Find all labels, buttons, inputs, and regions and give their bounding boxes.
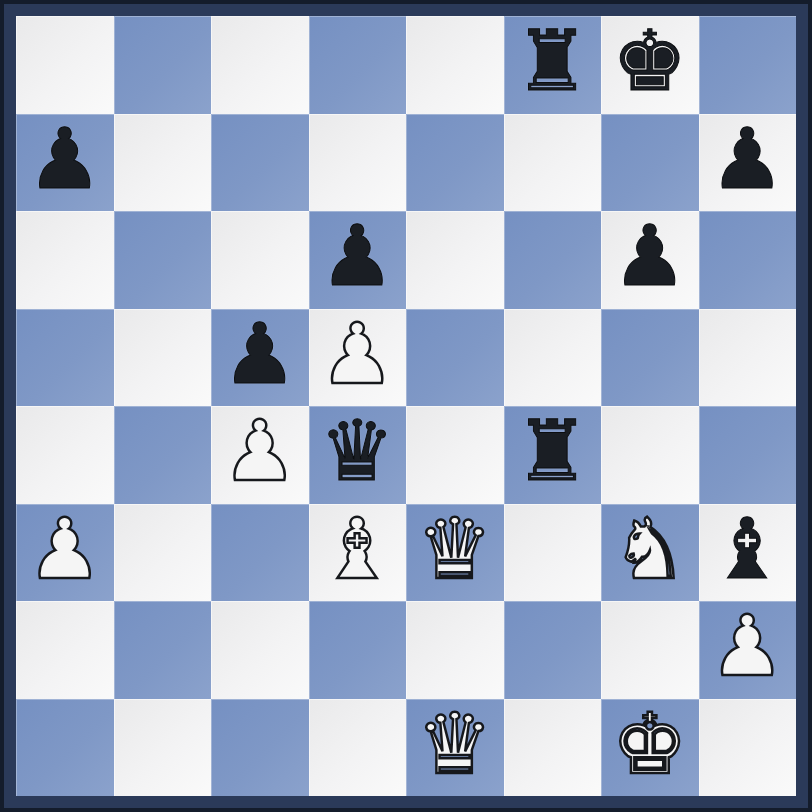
- piece-black-queen: ♛: [320, 406, 395, 501]
- square-b6[interactable]: [114, 211, 212, 309]
- square-h8[interactable]: [699, 16, 797, 114]
- square-e7[interactable]: [406, 114, 504, 212]
- square-a1[interactable]: [16, 699, 114, 797]
- square-e2[interactable]: [406, 601, 504, 699]
- piece-white-queen: ♛: [417, 504, 492, 599]
- square-d8[interactable]: [309, 16, 407, 114]
- square-g3[interactable]: ♞: [601, 504, 699, 602]
- square-d3[interactable]: ♝: [309, 504, 407, 602]
- square-g5[interactable]: [601, 309, 699, 407]
- square-h1[interactable]: [699, 699, 797, 797]
- square-e3[interactable]: ♛: [406, 504, 504, 602]
- square-d6[interactable]: ♟: [309, 211, 407, 309]
- piece-black-pawn: ♟: [222, 309, 297, 404]
- piece-black-pawn: ♟: [27, 114, 102, 209]
- square-b3[interactable]: [114, 504, 212, 602]
- piece-white-pawn: ♟: [27, 504, 102, 599]
- square-f1[interactable]: [504, 699, 602, 797]
- square-g2[interactable]: [601, 601, 699, 699]
- piece-white-king: ♚: [612, 699, 687, 794]
- square-c2[interactable]: [211, 601, 309, 699]
- square-b2[interactable]: [114, 601, 212, 699]
- piece-black-pawn: ♟: [612, 211, 687, 306]
- square-h6[interactable]: [699, 211, 797, 309]
- square-h3[interactable]: ♝: [699, 504, 797, 602]
- square-e6[interactable]: [406, 211, 504, 309]
- piece-white-queen: ♛: [417, 699, 492, 794]
- square-g8[interactable]: ♚: [601, 16, 699, 114]
- square-d4[interactable]: ♛: [309, 406, 407, 504]
- square-h7[interactable]: ♟: [699, 114, 797, 212]
- square-f4[interactable]: ♜: [504, 406, 602, 504]
- square-h4[interactable]: [699, 406, 797, 504]
- piece-white-knight: ♞: [612, 504, 687, 599]
- square-d7[interactable]: [309, 114, 407, 212]
- square-f2[interactable]: [504, 601, 602, 699]
- piece-black-rook: ♜: [515, 406, 590, 501]
- square-b1[interactable]: [114, 699, 212, 797]
- square-f8[interactable]: ♜: [504, 16, 602, 114]
- square-c6[interactable]: [211, 211, 309, 309]
- square-c4[interactable]: ♟: [211, 406, 309, 504]
- square-g6[interactable]: ♟: [601, 211, 699, 309]
- square-a2[interactable]: [16, 601, 114, 699]
- piece-black-pawn: ♟: [320, 211, 395, 306]
- square-d2[interactable]: [309, 601, 407, 699]
- square-h5[interactable]: [699, 309, 797, 407]
- piece-black-bishop: ♝: [710, 504, 785, 599]
- square-a7[interactable]: ♟: [16, 114, 114, 212]
- square-c1[interactable]: [211, 699, 309, 797]
- square-a6[interactable]: [16, 211, 114, 309]
- square-e4[interactable]: [406, 406, 504, 504]
- piece-black-king: ♚: [612, 16, 687, 111]
- square-a3[interactable]: ♟: [16, 504, 114, 602]
- square-d5[interactable]: ♟: [309, 309, 407, 407]
- square-f5[interactable]: [504, 309, 602, 407]
- square-b4[interactable]: [114, 406, 212, 504]
- square-e5[interactable]: [406, 309, 504, 407]
- square-e8[interactable]: [406, 16, 504, 114]
- piece-white-pawn: ♟: [320, 309, 395, 404]
- chess-board-frame: ♜♚♟♟♟♟♟♟♟♛♜♟♝♛♞♝♟♛♚: [0, 0, 812, 812]
- square-b7[interactable]: [114, 114, 212, 212]
- piece-white-pawn: ♟: [222, 406, 297, 501]
- square-b5[interactable]: [114, 309, 212, 407]
- square-c7[interactable]: [211, 114, 309, 212]
- square-b8[interactable]: [114, 16, 212, 114]
- square-c8[interactable]: [211, 16, 309, 114]
- square-g7[interactable]: [601, 114, 699, 212]
- square-f6[interactable]: [504, 211, 602, 309]
- square-a5[interactable]: [16, 309, 114, 407]
- square-c5[interactable]: ♟: [211, 309, 309, 407]
- square-f3[interactable]: [504, 504, 602, 602]
- piece-black-pawn: ♟: [710, 114, 785, 209]
- square-a4[interactable]: [16, 406, 114, 504]
- square-d1[interactable]: [309, 699, 407, 797]
- square-e1[interactable]: ♛: [406, 699, 504, 797]
- square-h2[interactable]: ♟: [699, 601, 797, 699]
- piece-black-rook: ♜: [515, 16, 590, 111]
- piece-white-bishop: ♝: [320, 504, 395, 599]
- square-a8[interactable]: [16, 16, 114, 114]
- square-g4[interactable]: [601, 406, 699, 504]
- chess-board: ♜♚♟♟♟♟♟♟♟♛♜♟♝♛♞♝♟♛♚: [16, 16, 796, 796]
- square-c3[interactable]: [211, 504, 309, 602]
- piece-white-pawn: ♟: [710, 601, 785, 696]
- square-f7[interactable]: [504, 114, 602, 212]
- square-g1[interactable]: ♚: [601, 699, 699, 797]
